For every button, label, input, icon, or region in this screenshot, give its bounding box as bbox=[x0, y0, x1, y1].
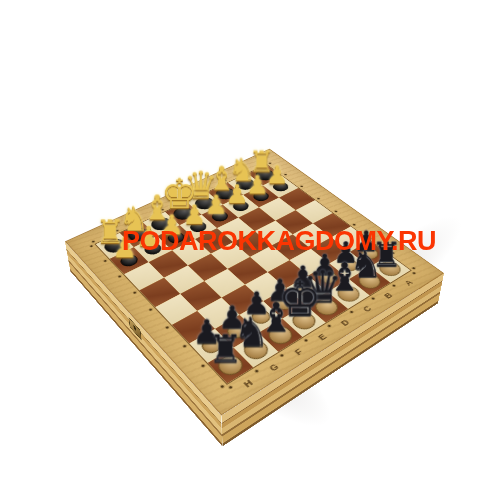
pieces-layer: ♜♞♝♛♚♝♞♜♟♟♟♟♟♟♟♟♟♟♟♟♟♟♟♟♜♞♝♛♚♝♞♜ bbox=[65, 149, 444, 416]
board-top: ABCDEFGH ♜♞♝♛♚♝♞♜♟♟♟♟♟♟♟♟♟♟♟♟♟♟♟♟♜♞♝♛♚♝♞… bbox=[65, 149, 444, 416]
photo-stage: ABCDEFGH ♜♞♝♛♚♝♞♜♟♟♟♟♟♟♟♟♟♟♟♟♟♟♟♟♜♞♝♛♚♝♞… bbox=[0, 0, 500, 500]
watermark: PODAROKKAGDOMY.RU bbox=[122, 226, 402, 257]
r-glyph: ♜ bbox=[196, 330, 256, 368]
chess-box: ABCDEFGH ♜♞♝♛♚♝♞♜♟♟♟♟♟♟♟♟♟♟♟♟♟♟♟♟♜♞♝♛♚♝♞… bbox=[65, 149, 444, 416]
